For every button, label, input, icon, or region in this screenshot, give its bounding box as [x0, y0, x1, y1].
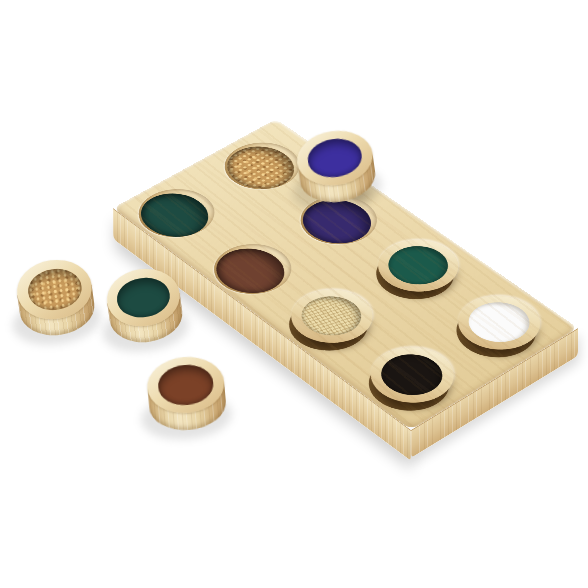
disc-green-felt[interactable] — [362, 229, 475, 302]
texture-red-brown-felt — [156, 363, 215, 407]
texture-woven-straw — [289, 288, 374, 343]
disc-red-brown-felt[interactable] — [144, 354, 227, 433]
texture-blue-violet-felt — [305, 136, 364, 181]
disc-white-smooth[interactable] — [441, 285, 557, 360]
scene — [0, 0, 588, 588]
texture-green-felt — [376, 239, 460, 293]
disc-blue-violet-felt[interactable] — [293, 126, 378, 207]
texture-dark-green-felt — [114, 274, 172, 321]
disc-cork[interactable] — [13, 255, 98, 340]
texture-white-smooth — [456, 294, 541, 350]
disc-dark-green-felt[interactable] — [103, 264, 185, 346]
texture-cork — [24, 265, 83, 313]
texture-black-felt — [369, 346, 456, 403]
well-r1c3-green-felt[interactable] — [360, 238, 470, 309]
